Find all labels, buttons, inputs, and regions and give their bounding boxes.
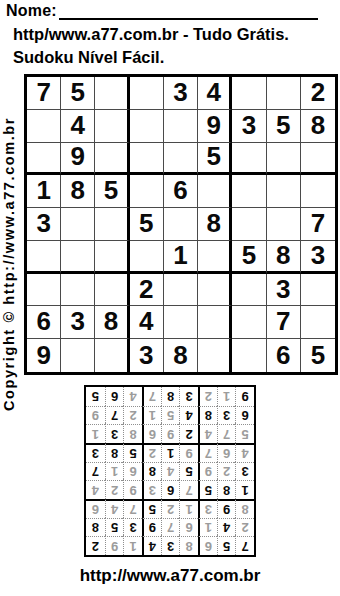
solution-cell-r4c9: 4 <box>86 480 105 499</box>
solution-cell-r6c3: 7 <box>198 443 217 462</box>
puzzle-cell-r4c6[interactable] <box>198 175 232 208</box>
solution-cell-r4c6: 3 <box>142 480 161 499</box>
solution-cell-r1c4: 8 <box>179 536 198 555</box>
puzzle-cell-r7c8[interactable]: 3 <box>267 274 301 307</box>
solution-cell-r4c7: 9 <box>123 480 142 499</box>
puzzle-cell-r6c6[interactable] <box>198 241 232 274</box>
solution-cell-r5c5: 4 <box>161 462 180 481</box>
solution-cell-r6c8: 8 <box>105 443 124 462</box>
puzzle-cell-r7c5[interactable] <box>164 274 198 307</box>
puzzle-cell-r9c9[interactable]: 5 <box>301 339 335 372</box>
puzzle-cell-r2c2[interactable]: 4 <box>61 110 95 143</box>
puzzle-cell-r5c9[interactable]: 7 <box>301 208 335 241</box>
solution-cell-r8c6: 1 <box>142 406 161 425</box>
solution-cell-r2c2: 4 <box>217 518 236 537</box>
solution-cell-r6c4: 9 <box>179 443 198 462</box>
puzzle-cell-r3c4[interactable] <box>130 143 164 176</box>
puzzle-level-title: Sudoku Nível Fácil. <box>13 48 164 67</box>
solution-cell-r1c9: 2 <box>86 536 105 555</box>
solution-cell-r1c1: 7 <box>235 536 254 555</box>
solution-cell-r8c8: 7 <box>105 406 124 425</box>
puzzle-cell-r9c2[interactable] <box>61 339 95 372</box>
puzzle-cell-r7c4[interactable]: 2 <box>130 274 164 307</box>
name-row: Nome: <box>6 2 318 20</box>
puzzle-cell-r3c9[interactable] <box>301 143 335 176</box>
puzzle-cell-r9c1[interactable]: 9 <box>27 339 61 372</box>
puzzle-cell-r1c5[interactable]: 3 <box>164 77 198 110</box>
puzzle-cell-r1c6[interactable]: 4 <box>198 77 232 110</box>
puzzle-cell-r5c2[interactable] <box>61 208 95 241</box>
solution-cell-r5c7: 6 <box>123 462 142 481</box>
solution-cell-r3c6: 5 <box>142 499 161 518</box>
solution-cell-r9c3: 2 <box>198 387 217 406</box>
solution-cell-r3c3: 3 <box>198 499 217 518</box>
solution-cell-r2c7: 3 <box>123 518 142 537</box>
puzzle-cell-r3c8[interactable] <box>267 143 301 176</box>
puzzle-cell-r9c6[interactable] <box>198 339 232 372</box>
solution-cell-r7c4: 2 <box>179 424 198 443</box>
solution-cell-r7c6: 6 <box>142 424 161 443</box>
solution-cell-r8c5: 5 <box>161 406 180 425</box>
copyright-vertical-text: Copyright © http://www.a77.com.br <box>1 117 17 411</box>
solution-cell-r5c3: 9 <box>198 462 217 481</box>
solution-grid-rotated: 7568341922416793588931257461857639243295… <box>84 385 256 557</box>
puzzle-cell-r8c8[interactable]: 7 <box>267 306 301 339</box>
solution-cell-r8c3: 8 <box>198 406 217 425</box>
puzzle-cell-r4c5[interactable]: 6 <box>164 175 198 208</box>
puzzle-cell-r3c1[interactable] <box>27 143 61 176</box>
puzzle-cell-r7c9[interactable] <box>301 274 335 307</box>
puzzle-cell-r2c3[interactable] <box>95 110 129 143</box>
puzzle-cell-r4c3[interactable]: 5 <box>95 175 129 208</box>
solution-cell-r3c1: 8 <box>235 499 254 518</box>
puzzle-cell-r8c4[interactable]: 4 <box>130 306 164 339</box>
puzzle-cell-r2c1[interactable] <box>27 110 61 143</box>
puzzle-cell-r3c5[interactable] <box>164 143 198 176</box>
puzzle-cell-r5c8[interactable] <box>267 208 301 241</box>
solution-cell-r9c7: 4 <box>123 387 142 406</box>
solution-cell-r6c6: 2 <box>142 443 161 462</box>
puzzle-cell-r2c5[interactable] <box>164 110 198 143</box>
puzzle-cell-r8c7[interactable] <box>232 306 266 339</box>
solution-cell-r9c9: 5 <box>86 387 105 406</box>
puzzle-cell-r2c7[interactable]: 3 <box>232 110 266 143</box>
solution-cell-r7c2: 7 <box>217 424 236 443</box>
puzzle-cell-r2c6[interactable]: 9 <box>198 110 232 143</box>
puzzle-cell-r6c5[interactable]: 1 <box>164 241 198 274</box>
solution-cell-r9c1: 9 <box>235 387 254 406</box>
solution-cell-r4c8: 2 <box>105 480 124 499</box>
solution-cell-r7c7: 8 <box>123 424 142 443</box>
solution-cell-r2c9: 8 <box>86 518 105 537</box>
puzzle-cell-r9c3[interactable] <box>95 339 129 372</box>
puzzle-cell-r5c4[interactable]: 5 <box>130 208 164 241</box>
puzzle-cell-r6c9[interactable]: 3 <box>301 241 335 274</box>
puzzle-cell-r1c9[interactable]: 2 <box>301 77 335 110</box>
puzzle-cell-r8c1[interactable]: 6 <box>27 306 61 339</box>
puzzle-cell-r6c8[interactable]: 8 <box>267 241 301 274</box>
printable-sudoku-sheet: Nome: http/www.a77.com.br - Tudo Grátis.… <box>0 0 340 596</box>
solution-cell-r5c6: 8 <box>142 462 161 481</box>
puzzle-cell-r9c7[interactable] <box>232 339 266 372</box>
solution-cell-r5c8: 1 <box>105 462 124 481</box>
puzzle-cell-r3c3[interactable] <box>95 143 129 176</box>
solution-cell-r6c5: 1 <box>161 443 180 462</box>
puzzle-cell-r6c2[interactable] <box>61 241 95 274</box>
puzzle-cell-r1c1[interactable]: 7 <box>27 77 61 110</box>
site-tagline: http/www.a77.com.br - Tudo Grátis. <box>13 25 289 44</box>
solution-cell-r2c5: 7 <box>161 518 180 537</box>
puzzle-cell-r1c3[interactable] <box>95 77 129 110</box>
puzzle-cell-r4c8[interactable] <box>267 175 301 208</box>
puzzle-cell-r3c6[interactable]: 5 <box>198 143 232 176</box>
puzzle-cell-r3c2[interactable]: 9 <box>61 143 95 176</box>
puzzle-cell-r4c4[interactable] <box>130 175 164 208</box>
solution-cell-r2c1: 2 <box>235 518 254 537</box>
solution-cell-r2c8: 5 <box>105 518 124 537</box>
solution-cell-r4c1: 1 <box>235 480 254 499</box>
solution-cell-r8c9: 9 <box>86 406 105 425</box>
puzzle-cell-r1c8[interactable] <box>267 77 301 110</box>
puzzle-cell-r1c4[interactable] <box>130 77 164 110</box>
puzzle-cell-r2c4[interactable] <box>130 110 164 143</box>
puzzle-cell-r1c2[interactable]: 5 <box>61 77 95 110</box>
solution-cell-r7c3: 4 <box>198 424 217 443</box>
puzzle-cell-r7c2[interactable] <box>61 274 95 307</box>
puzzle-cell-r9c8[interactable]: 6 <box>267 339 301 372</box>
puzzle-cell-r5c3[interactable] <box>95 208 129 241</box>
solution-cell-r6c2: 6 <box>217 443 236 462</box>
solution-cell-r3c9: 6 <box>86 499 105 518</box>
solution-cell-r3c4: 1 <box>179 499 198 518</box>
puzzle-cell-r7c1[interactable] <box>27 274 61 307</box>
solution-cell-r6c1: 4 <box>235 443 254 462</box>
solution-cell-r8c1: 6 <box>235 406 254 425</box>
puzzle-cell-r9c5[interactable]: 8 <box>164 339 198 372</box>
solution-cell-r8c2: 3 <box>217 406 236 425</box>
puzzle-cell-r4c9[interactable] <box>301 175 335 208</box>
puzzle-cell-r6c1[interactable] <box>27 241 61 274</box>
solution-cell-r5c1: 3 <box>235 462 254 481</box>
solution-cell-r1c8: 9 <box>105 536 124 555</box>
solution-cell-r7c5: 9 <box>161 424 180 443</box>
puzzle-cell-r2c9[interactable]: 8 <box>301 110 335 143</box>
solution-cell-r6c7: 5 <box>123 443 142 462</box>
puzzle-cell-r5c5[interactable] <box>164 208 198 241</box>
puzzle-cell-r4c1[interactable]: 1 <box>27 175 61 208</box>
name-field[interactable] <box>59 3 318 20</box>
puzzle-cell-r7c6[interactable] <box>198 274 232 307</box>
solution-cell-r9c6: 7 <box>142 387 161 406</box>
solution-cell-r9c5: 8 <box>161 387 180 406</box>
puzzle-cell-r8c9[interactable] <box>301 306 335 339</box>
puzzle-cell-r8c5[interactable] <box>164 306 198 339</box>
puzzle-cell-r1c7[interactable] <box>232 77 266 110</box>
solution-cell-r9c2: 1 <box>217 387 236 406</box>
solution-cell-r1c5: 3 <box>161 536 180 555</box>
footer-url: http://www.a77.com.br <box>0 566 340 586</box>
puzzle-cell-r4c2[interactable]: 8 <box>61 175 95 208</box>
solution-cell-r7c8: 3 <box>105 424 124 443</box>
solution-cell-r7c9: 1 <box>86 424 105 443</box>
puzzle-cell-r5c7[interactable] <box>232 208 266 241</box>
solution-cell-r1c3: 6 <box>198 536 217 555</box>
solution-cell-r2c6: 9 <box>142 518 161 537</box>
solution-cell-r4c5: 6 <box>161 480 180 499</box>
solution-cell-r1c2: 5 <box>217 536 236 555</box>
puzzle-cell-r4c7[interactable] <box>232 175 266 208</box>
puzzle-cell-r8c2[interactable]: 3 <box>61 306 95 339</box>
solution-cell-r1c6: 4 <box>142 536 161 555</box>
puzzle-cell-r5c6[interactable]: 8 <box>198 208 232 241</box>
puzzle-cell-r2c8[interactable]: 5 <box>267 110 301 143</box>
solution-cell-r3c8: 4 <box>105 499 124 518</box>
solution-cell-r9c4: 3 <box>179 387 198 406</box>
solution-cell-r2c3: 1 <box>198 518 217 537</box>
solution-cell-r8c7: 2 <box>123 406 142 425</box>
solution-cell-r8c4: 4 <box>179 406 198 425</box>
puzzle-cell-r6c3[interactable] <box>95 241 129 274</box>
solution-cell-r3c2: 9 <box>217 499 236 518</box>
solution-cell-r7c1: 5 <box>235 424 254 443</box>
solution-cell-r4c2: 8 <box>217 480 236 499</box>
solution-cell-r5c4: 5 <box>179 462 198 481</box>
puzzle-cell-r6c7[interactable]: 5 <box>232 241 266 274</box>
solution-cell-r6c9: 3 <box>86 443 105 462</box>
puzzle-cell-r5c1[interactable]: 3 <box>27 208 61 241</box>
puzzle-grid: 753424935895185635871583236384793865 <box>24 74 338 375</box>
solution-cell-r3c7: 7 <box>123 499 142 518</box>
puzzle-cell-r8c6[interactable] <box>198 306 232 339</box>
puzzle-cell-r7c7[interactable] <box>232 274 266 307</box>
solution-cell-r1c7: 1 <box>123 536 142 555</box>
name-label: Nome: <box>6 2 57 20</box>
solution-cell-r2c4: 6 <box>179 518 198 537</box>
puzzle-cell-r3c7[interactable] <box>232 143 266 176</box>
puzzle-cell-r8c3[interactable]: 8 <box>95 306 129 339</box>
solution-cell-r5c9: 7 <box>86 462 105 481</box>
puzzle-cell-r7c3[interactable] <box>95 274 129 307</box>
puzzle-cell-r6c4[interactable] <box>130 241 164 274</box>
solution-cell-r4c4: 7 <box>179 480 198 499</box>
solution-cell-r5c2: 2 <box>217 462 236 481</box>
solution-cell-r9c8: 6 <box>105 387 124 406</box>
solution-cell-r4c3: 5 <box>198 480 217 499</box>
puzzle-cell-r9c4[interactable]: 3 <box>130 339 164 372</box>
solution-cell-r3c5: 2 <box>161 499 180 518</box>
